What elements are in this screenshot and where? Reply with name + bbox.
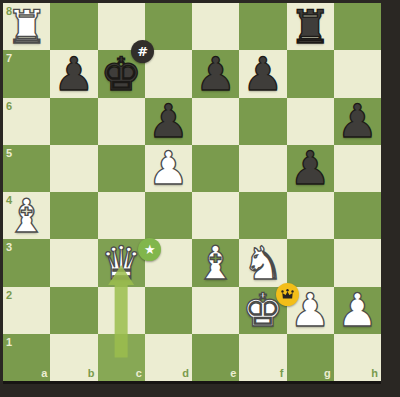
square-h1[interactable]: h [334,334,381,381]
square-a2[interactable]: 2 [3,287,50,334]
piece-black-pawn-b7[interactable]: ♟ [50,50,97,97]
rank-label-1: 1 [6,336,12,348]
piece-white-rook-a8[interactable]: ♜ [3,3,50,50]
square-b7[interactable]: ♟ [50,50,97,97]
square-c2[interactable] [98,287,145,334]
square-e6[interactable] [192,98,239,145]
file-label-c: c [136,367,142,379]
file-label-f: f [280,367,284,379]
square-g8[interactable]: ♜ [287,3,334,50]
square-b2[interactable] [50,287,97,334]
square-c1[interactable]: c [98,334,145,381]
winner-badge [276,283,299,306]
file-label-e: e [230,367,236,379]
square-d4[interactable] [145,192,192,239]
piece-black-pawn-d6[interactable]: ♟ [145,98,192,145]
square-f6[interactable] [239,98,286,145]
square-a3[interactable]: 3 [3,239,50,286]
square-a4[interactable]: 4♝ [3,192,50,239]
square-a7[interactable]: 7 [3,50,50,97]
square-g6[interactable] [287,98,334,145]
square-h6[interactable]: ♟ [334,98,381,145]
piece-black-pawn-h6[interactable]: ♟ [334,98,381,145]
square-a1[interactable]: 1a [3,334,50,381]
square-g3[interactable] [287,239,334,286]
square-b8[interactable] [50,3,97,50]
square-c5[interactable] [98,145,145,192]
chess-board-area: 8♜♜7♟♚♟♟6♟♟5♟♟4♝3♛♝♞2♚♟♟1abcdefgh #★ [3,3,381,381]
piece-black-pawn-f7[interactable]: ♟ [239,50,286,97]
square-e8[interactable] [192,3,239,50]
square-a8[interactable]: 8♜ [3,3,50,50]
square-f5[interactable] [239,145,286,192]
square-d6[interactable]: ♟ [145,98,192,145]
square-b1[interactable]: b [50,334,97,381]
square-d1[interactable]: d [145,334,192,381]
square-a5[interactable]: 5 [3,145,50,192]
square-f8[interactable] [239,3,286,50]
piece-white-knight-f3[interactable]: ♞ [239,239,286,286]
checkmate-badge: # [131,40,154,63]
square-b3[interactable] [50,239,97,286]
rank-label-2: 2 [6,289,12,301]
chess-board: 8♜♜7♟♚♟♟6♟♟5♟♟4♝3♛♝♞2♚♟♟1abcdefgh [3,3,381,381]
file-label-b: b [88,367,95,379]
square-h2[interactable]: ♟ [334,287,381,334]
file-label-g: g [324,367,331,379]
square-b4[interactable] [50,192,97,239]
square-e3[interactable]: ♝ [192,239,239,286]
rank-label-3: 3 [6,241,12,253]
piece-black-rook-g8[interactable]: ♜ [287,3,334,50]
square-f7[interactable]: ♟ [239,50,286,97]
square-h5[interactable] [334,145,381,192]
square-d5[interactable]: ♟ [145,145,192,192]
square-h7[interactable] [334,50,381,97]
piece-white-pawn-d5[interactable]: ♟ [145,145,192,192]
file-label-a: a [41,367,47,379]
square-g5[interactable]: ♟ [287,145,334,192]
piece-white-bishop-e3[interactable]: ♝ [192,239,239,286]
square-c4[interactable] [98,192,145,239]
square-e5[interactable] [192,145,239,192]
square-g4[interactable] [287,192,334,239]
file-label-h: h [371,367,378,379]
file-label-d: d [182,367,189,379]
square-f3[interactable]: ♞ [239,239,286,286]
square-e2[interactable] [192,287,239,334]
square-h4[interactable] [334,192,381,239]
square-b5[interactable] [50,145,97,192]
square-f4[interactable] [239,192,286,239]
square-h8[interactable] [334,3,381,50]
square-d8[interactable] [145,3,192,50]
square-h3[interactable] [334,239,381,286]
square-b6[interactable] [50,98,97,145]
crown-icon [280,287,295,302]
square-a6[interactable]: 6 [3,98,50,145]
square-e1[interactable]: e [192,334,239,381]
square-c6[interactable] [98,98,145,145]
piece-white-bishop-a4[interactable]: ♝ [3,192,50,239]
square-g7[interactable] [287,50,334,97]
square-g1[interactable]: g [287,334,334,381]
rank-label-6: 6 [6,100,12,112]
piece-black-pawn-e7[interactable]: ♟ [192,50,239,97]
square-e7[interactable]: ♟ [192,50,239,97]
best-move-badge: ★ [138,238,161,261]
square-f1[interactable]: f [239,334,286,381]
piece-white-pawn-h2[interactable]: ♟ [334,287,381,334]
rank-label-5: 5 [6,147,12,159]
piece-black-pawn-g5[interactable]: ♟ [287,145,334,192]
square-e4[interactable] [192,192,239,239]
square-d2[interactable] [145,287,192,334]
rank-label-7: 7 [6,52,12,64]
